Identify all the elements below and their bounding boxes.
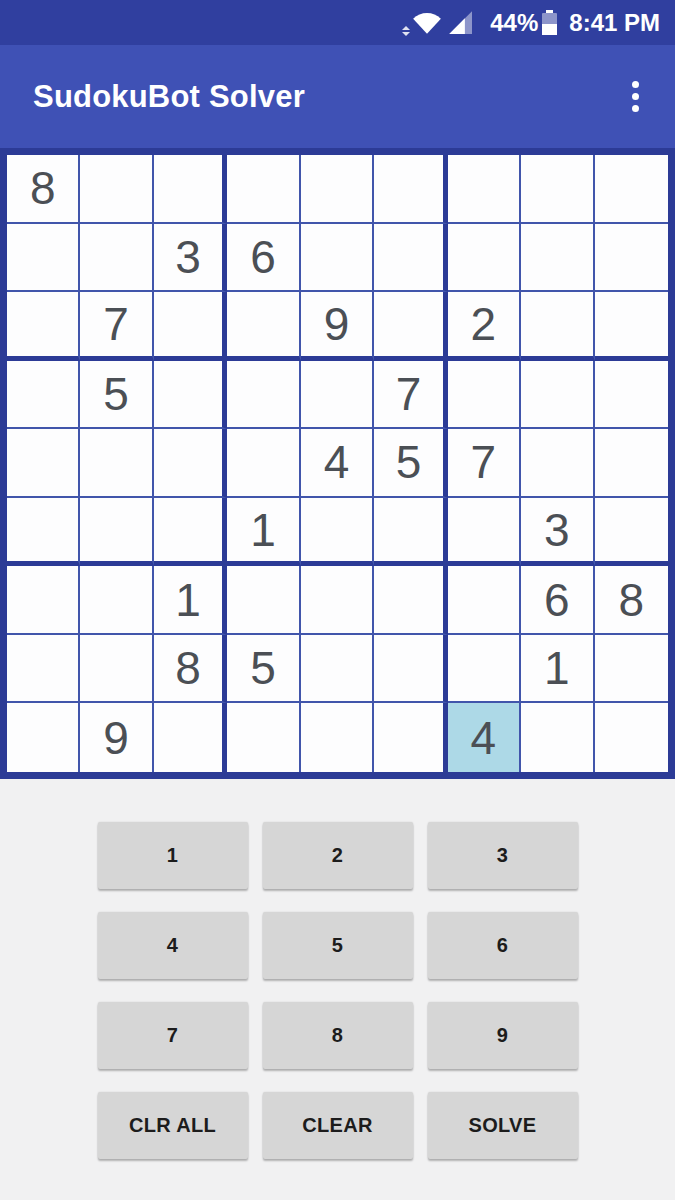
key-3-button[interactable]: 3: [428, 822, 578, 889]
sudoku-cell-r4c9[interactable]: [595, 361, 668, 430]
sudoku-cell-r4c5[interactable]: [301, 361, 374, 430]
sudoku-cell-r2c5[interactable]: [301, 224, 374, 293]
sudoku-cell-r4c2[interactable]: 5: [80, 361, 153, 430]
sudoku-cell-r3c6[interactable]: [374, 292, 447, 361]
sudoku-cell-r9c1[interactable]: [7, 703, 80, 772]
sudoku-board: 836792574571316885194: [0, 148, 675, 779]
key-4-button[interactable]: 4: [98, 912, 248, 979]
keypad-row: 456: [98, 912, 578, 979]
sudoku-cell-r5c1[interactable]: [7, 429, 80, 498]
page-title: SudokuBot Solver: [33, 79, 305, 115]
sudoku-cell-r6c8[interactable]: 3: [521, 498, 594, 567]
sudoku-cell-r1c2[interactable]: [80, 155, 153, 224]
sudoku-cell-r8c8[interactable]: 1: [521, 635, 594, 704]
sudoku-cell-r2c3[interactable]: 3: [154, 224, 227, 293]
sudoku-cell-r4c8[interactable]: [521, 361, 594, 430]
sudoku-cell-r7c8[interactable]: 6: [521, 566, 594, 635]
clock-label: 8:41 PM: [569, 11, 660, 35]
sudoku-cell-r2c9[interactable]: [595, 224, 668, 293]
sudoku-cell-r2c4[interactable]: 6: [227, 224, 300, 293]
sudoku-cell-r7c7[interactable]: [448, 566, 521, 635]
sudoku-cell-r3c4[interactable]: [227, 292, 300, 361]
sudoku-cell-r6c7[interactable]: [448, 498, 521, 567]
sudoku-cell-r3c8[interactable]: [521, 292, 594, 361]
sudoku-cell-r9c2[interactable]: 9: [80, 703, 153, 772]
sudoku-cell-r4c3[interactable]: [154, 361, 227, 430]
sudoku-cell-r2c6[interactable]: [374, 224, 447, 293]
keypad: 123456789CLR ALLCLEARSOLVE: [0, 779, 675, 1200]
sudoku-cell-r1c1[interactable]: 8: [7, 155, 80, 224]
sudoku-cell-r8c1[interactable]: [7, 635, 80, 704]
sudoku-cell-r7c9[interactable]: 8: [595, 566, 668, 635]
sudoku-cell-r1c3[interactable]: [154, 155, 227, 224]
key-9-button[interactable]: 9: [428, 1002, 578, 1069]
sudoku-cell-r2c7[interactable]: [448, 224, 521, 293]
sudoku-cell-r9c4[interactable]: [227, 703, 300, 772]
key-solve-button[interactable]: SOLVE: [428, 1092, 578, 1159]
app-bar: SudokuBot Solver: [0, 45, 675, 148]
wifi-icon: [412, 10, 442, 35]
sudoku-cell-r7c4[interactable]: [227, 566, 300, 635]
sudoku-cell-r9c9[interactable]: [595, 703, 668, 772]
key-clear-button[interactable]: CLEAR: [263, 1092, 413, 1159]
network-activity-icon: [402, 26, 410, 36]
status-bar: 44% 8:41 PM: [0, 0, 675, 45]
sudoku-cell-r9c8[interactable]: [521, 703, 594, 772]
keypad-row: 789: [98, 1002, 578, 1069]
sudoku-cell-r8c5[interactable]: [301, 635, 374, 704]
sudoku-cell-r8c2[interactable]: [80, 635, 153, 704]
sudoku-cell-r8c7[interactable]: [448, 635, 521, 704]
sudoku-cell-r5c4[interactable]: [227, 429, 300, 498]
sudoku-cell-r5c7[interactable]: 7: [448, 429, 521, 498]
sudoku-cell-r8c3[interactable]: 8: [154, 635, 227, 704]
sudoku-cell-r6c5[interactable]: [301, 498, 374, 567]
phone-screen: 44% 8:41 PM SudokuBot Solver 83679257457…: [0, 0, 675, 1200]
sudoku-cell-r2c1[interactable]: [7, 224, 80, 293]
sudoku-cell-r4c1[interactable]: [7, 361, 80, 430]
sudoku-cell-r1c5[interactable]: [301, 155, 374, 224]
sudoku-cell-r7c1[interactable]: [7, 566, 80, 635]
sudoku-cell-r9c6[interactable]: [374, 703, 447, 772]
key-8-button[interactable]: 8: [263, 1002, 413, 1069]
sudoku-cell-r5c2[interactable]: [80, 429, 153, 498]
sudoku-cell-r8c6[interactable]: [374, 635, 447, 704]
sudoku-cell-r6c3[interactable]: [154, 498, 227, 567]
sudoku-cell-r3c2[interactable]: 7: [80, 292, 153, 361]
keypad-row: CLR ALLCLEARSOLVE: [98, 1092, 578, 1159]
sudoku-cell-r5c5[interactable]: 4: [301, 429, 374, 498]
sudoku-cell-r9c3[interactable]: [154, 703, 227, 772]
sudoku-cell-r3c1[interactable]: [7, 292, 80, 361]
sudoku-cell-r3c3[interactable]: [154, 292, 227, 361]
sudoku-cell-r1c8[interactable]: [521, 155, 594, 224]
key-7-button[interactable]: 7: [98, 1002, 248, 1069]
key-5-button[interactable]: 5: [263, 912, 413, 979]
sudoku-cell-r6c9[interactable]: [595, 498, 668, 567]
sudoku-cell-r6c2[interactable]: [80, 498, 153, 567]
sudoku-cell-r4c4[interactable]: [227, 361, 300, 430]
overflow-menu-icon[interactable]: [626, 75, 645, 118]
sudoku-cell-r9c5[interactable]: [301, 703, 374, 772]
sudoku-cell-r5c3[interactable]: [154, 429, 227, 498]
sudoku-cell-r8c9[interactable]: [595, 635, 668, 704]
sudoku-cell-r5c8[interactable]: [521, 429, 594, 498]
sudoku-cell-r3c9[interactable]: [595, 292, 668, 361]
battery-percent-label: 44%: [490, 11, 538, 35]
sudoku-cell-r2c8[interactable]: [521, 224, 594, 293]
sudoku-cell-r2c2[interactable]: [80, 224, 153, 293]
battery-icon: [542, 10, 557, 35]
sudoku-cell-r7c2[interactable]: [80, 566, 153, 635]
key-2-button[interactable]: 2: [263, 822, 413, 889]
sudoku-cell-r5c9[interactable]: [595, 429, 668, 498]
sudoku-cell-r1c6[interactable]: [374, 155, 447, 224]
sudoku-cell-r4c7[interactable]: [448, 361, 521, 430]
sudoku-cell-r6c1[interactable]: [7, 498, 80, 567]
sudoku-cell-r7c5[interactable]: [301, 566, 374, 635]
sudoku-cell-r7c3[interactable]: 1: [154, 566, 227, 635]
sudoku-cell-r6c4[interactable]: 1: [227, 498, 300, 567]
sudoku-cell-r4c6[interactable]: 7: [374, 361, 447, 430]
sudoku-cell-r8c4[interactable]: 5: [227, 635, 300, 704]
sudoku-cell-r9c7[interactable]: 4: [448, 703, 521, 772]
sudoku-cell-r1c4[interactable]: [227, 155, 300, 224]
cellular-signal-icon: [449, 11, 472, 34]
sudoku-cell-r1c9[interactable]: [595, 155, 668, 224]
sudoku-cell-r5c6[interactable]: 5: [374, 429, 447, 498]
sudoku-cell-r3c7[interactable]: 2: [448, 292, 521, 361]
key-1-button[interactable]: 1: [98, 822, 248, 889]
sudoku-cell-r7c6[interactable]: [374, 566, 447, 635]
key-clr-all-button[interactable]: CLR ALL: [98, 1092, 248, 1159]
sudoku-cell-r3c5[interactable]: 9: [301, 292, 374, 361]
keypad-row: 123: [98, 822, 578, 889]
key-6-button[interactable]: 6: [428, 912, 578, 979]
sudoku-cell-r1c7[interactable]: [448, 155, 521, 224]
sudoku-cell-r6c6[interactable]: [374, 498, 447, 567]
